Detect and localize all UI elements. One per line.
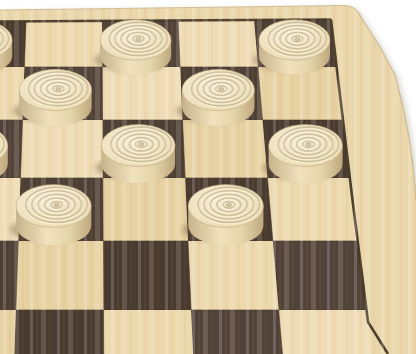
wood-grain-overlay	[0, 4, 416, 354]
checkers-board-photo	[0, 0, 416, 354]
photo-frame	[0, 0, 416, 354]
